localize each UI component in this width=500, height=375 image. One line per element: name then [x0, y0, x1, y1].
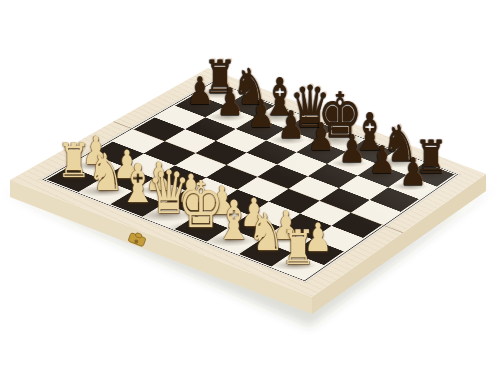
black-pawn-glyph: ♟	[247, 95, 274, 133]
black-pawn-glyph: ♟	[399, 153, 427, 191]
black-pawn-glyph: ♟	[187, 72, 214, 110]
pieces-layer: ♜♞♟♝♟♛♟♚♟♝♟♞♟♟♜♟♟♜♟♟♞♟♝♟♛♟♚♟♝♟♞♜	[0, 0, 500, 375]
black-pawn-glyph: ♟	[217, 84, 244, 122]
product-photo: ♜♞♟♝♟♛♟♚♟♝♟♞♟♟♜♟♟♜♟♟♞♟♝♟♛♟♚♟♝♟♞♜	[0, 0, 500, 375]
white-rook-glyph: ♜	[281, 224, 315, 272]
black-pawn-glyph: ♟	[307, 118, 334, 156]
black-pawn-glyph: ♟	[368, 142, 395, 180]
white-rook-glyph: ♜	[57, 138, 91, 185]
black-pawn-glyph: ♟	[338, 130, 365, 168]
white-knight-glyph: ♞	[247, 208, 284, 260]
black-pawn-glyph: ♟	[277, 107, 304, 145]
